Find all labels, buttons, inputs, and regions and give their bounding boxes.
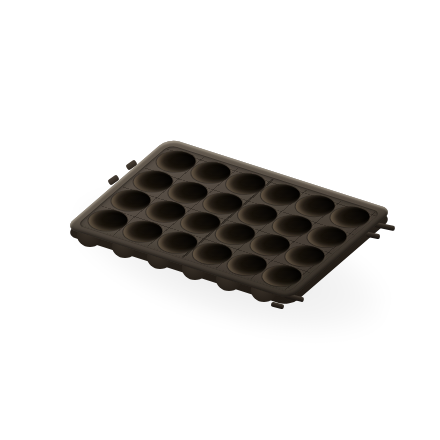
scene-canvas <box>0 0 440 440</box>
